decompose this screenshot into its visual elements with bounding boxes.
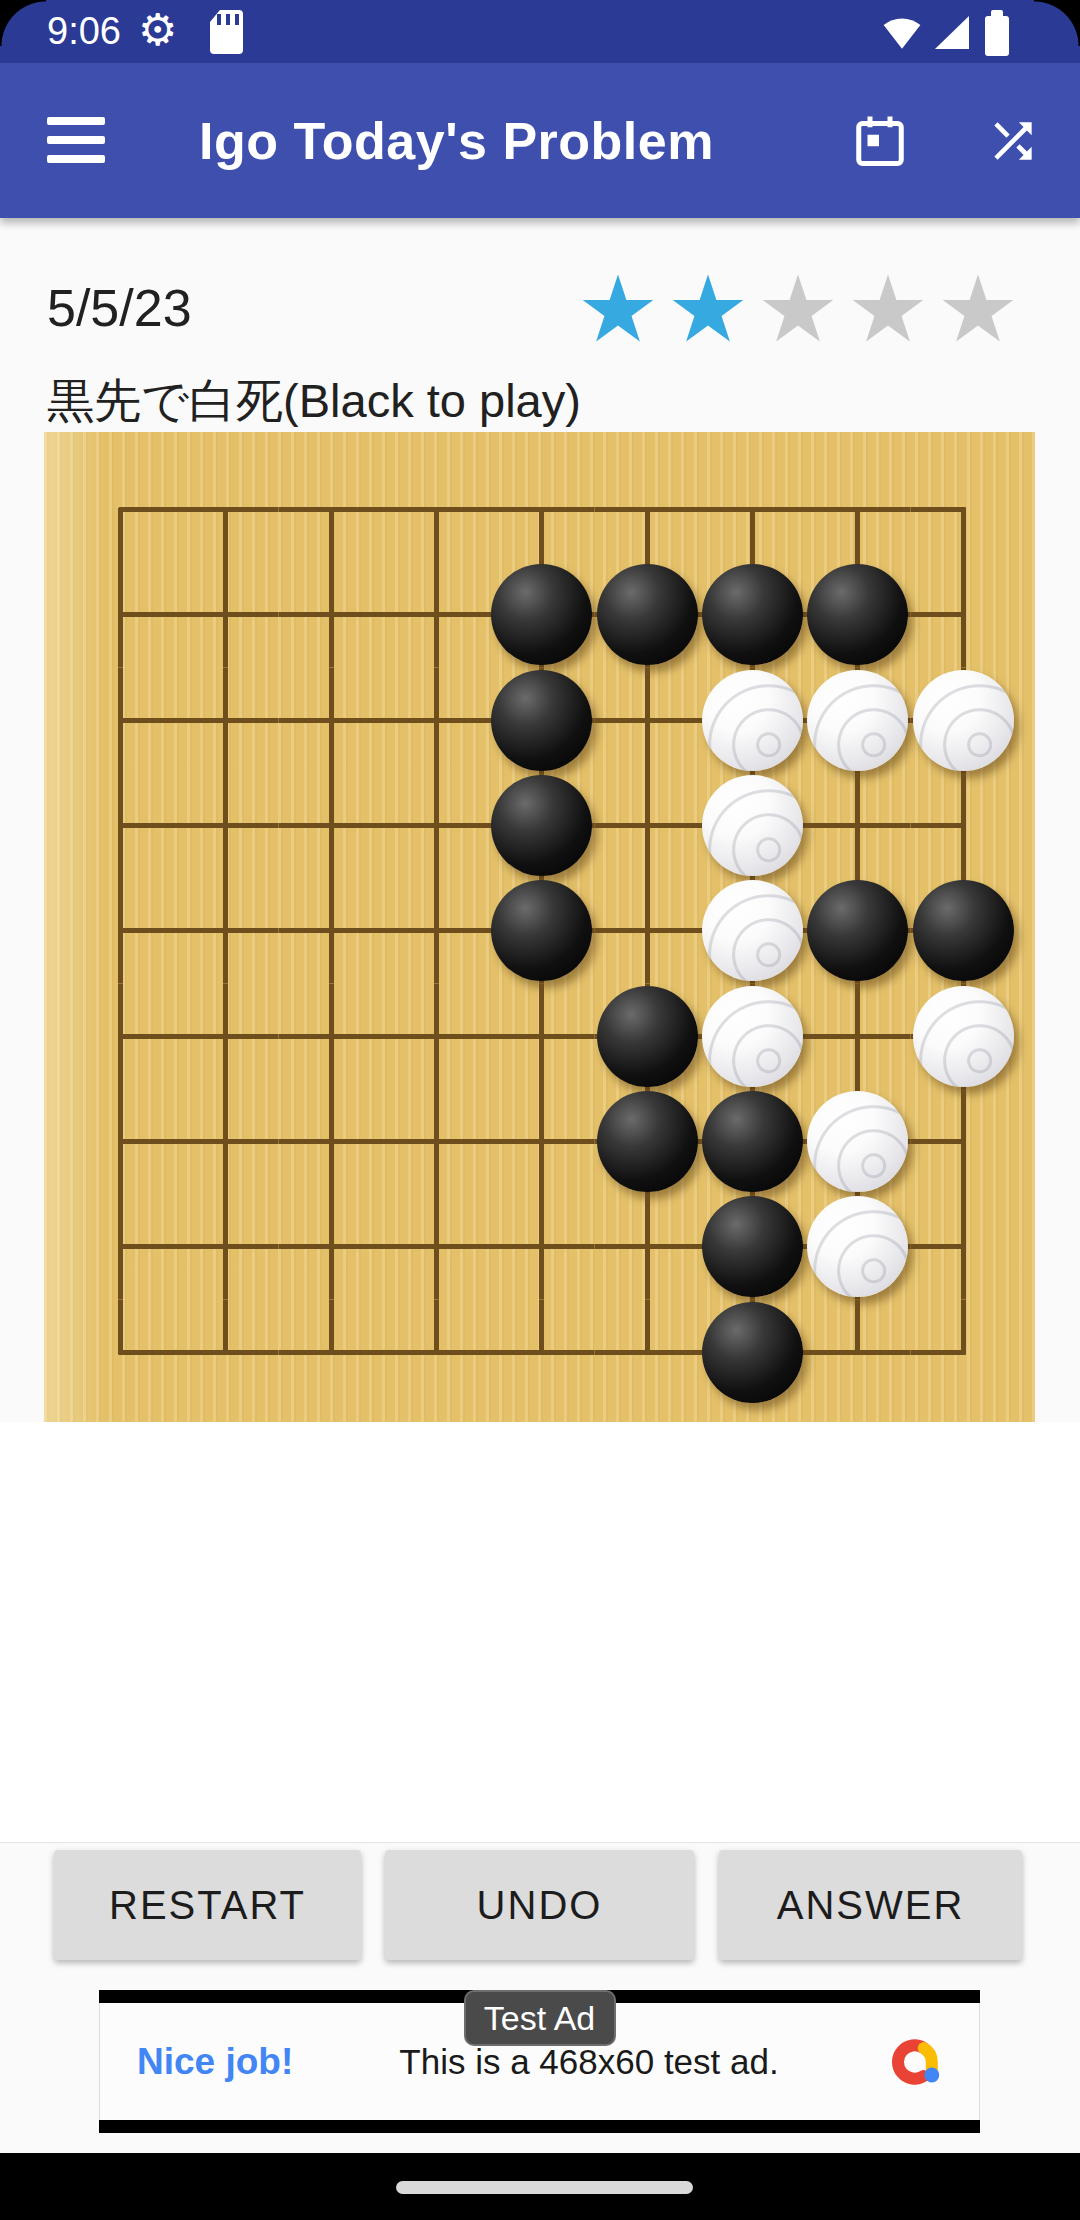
board-cell[interactable] bbox=[68, 984, 173, 1089]
board-cell[interactable] bbox=[384, 1089, 489, 1194]
board-cell[interactable] bbox=[68, 457, 173, 562]
app-bar: Igo Today's Problem bbox=[0, 63, 1080, 218]
ad-border-bottom bbox=[99, 2120, 980, 2133]
clock: 9:06 bbox=[47, 0, 121, 63]
board-cell[interactable] bbox=[911, 1194, 1016, 1299]
screen-corner bbox=[1034, 0, 1080, 46]
board-cell[interactable] bbox=[173, 773, 278, 878]
board-cell[interactable] bbox=[489, 457, 594, 562]
shuffle-icon[interactable] bbox=[982, 110, 1044, 172]
wifi-icon bbox=[881, 13, 923, 55]
menu-icon[interactable] bbox=[47, 117, 105, 163]
board-cell[interactable] bbox=[173, 1300, 278, 1405]
board-cell[interactable] bbox=[700, 457, 805, 562]
board-cell[interactable] bbox=[595, 562, 700, 667]
ad-banner[interactable]: Test Ad Nice job! This is a 468x60 test … bbox=[99, 1990, 980, 2133]
go-board bbox=[44, 432, 1035, 1422]
board-cell[interactable] bbox=[911, 773, 1016, 878]
black-stone bbox=[491, 564, 592, 665]
board-cell[interactable] bbox=[911, 562, 1016, 667]
board-cell[interactable] bbox=[489, 1194, 594, 1299]
answer-button[interactable]: ANSWER bbox=[719, 1850, 1022, 1960]
board-cell[interactable] bbox=[68, 773, 173, 878]
board-cell[interactable] bbox=[68, 562, 173, 667]
board-cell[interactable] bbox=[279, 562, 384, 667]
black-stone bbox=[702, 564, 803, 665]
white-stone bbox=[807, 1091, 908, 1192]
black-stone bbox=[807, 564, 908, 665]
board-cell[interactable] bbox=[279, 1089, 384, 1194]
board-cell[interactable] bbox=[805, 878, 910, 983]
screen-corner bbox=[0, 0, 46, 46]
board-cell[interactable] bbox=[279, 668, 384, 773]
board-cell[interactable] bbox=[279, 984, 384, 1089]
white-stone bbox=[807, 670, 908, 771]
board-cell[interactable] bbox=[805, 1194, 910, 1299]
go-grid bbox=[68, 457, 1016, 1405]
star-icon: ★ bbox=[933, 266, 1023, 350]
board-cell[interactable] bbox=[700, 562, 805, 667]
board-cell[interactable] bbox=[279, 878, 384, 983]
board-cell[interactable] bbox=[805, 1300, 910, 1405]
board-cell[interactable] bbox=[911, 878, 1016, 983]
star-icon: ★ bbox=[573, 266, 663, 350]
sim-card-icon bbox=[210, 10, 243, 54]
board-cell[interactable] bbox=[279, 457, 384, 562]
board-cell[interactable] bbox=[173, 1194, 278, 1299]
board-cell[interactable] bbox=[489, 1089, 594, 1194]
board-cell[interactable] bbox=[68, 1300, 173, 1405]
board-cell[interactable] bbox=[489, 773, 594, 878]
status-bar: 9:06 ⚙ bbox=[0, 0, 1080, 63]
board-cell[interactable] bbox=[911, 984, 1016, 1089]
battery-icon bbox=[985, 16, 1009, 56]
board-cell[interactable] bbox=[173, 984, 278, 1089]
board-cell[interactable] bbox=[68, 878, 173, 983]
board-cell[interactable] bbox=[68, 1089, 173, 1194]
board-cell[interactable] bbox=[489, 668, 594, 773]
star-icon: ★ bbox=[753, 266, 843, 350]
board-cell[interactable] bbox=[279, 1194, 384, 1299]
black-stone bbox=[597, 564, 698, 665]
board-cell[interactable] bbox=[489, 562, 594, 667]
board-cell[interactable] bbox=[595, 1089, 700, 1194]
board-cell[interactable] bbox=[700, 1300, 805, 1405]
admob-logo-icon bbox=[883, 2030, 947, 2094]
white-stone bbox=[702, 670, 803, 771]
page-title: Igo Today's Problem bbox=[199, 63, 714, 218]
white-stone bbox=[913, 670, 1014, 771]
undo-button[interactable]: UNDO bbox=[385, 1850, 694, 1960]
restart-button[interactable]: RESTART bbox=[54, 1850, 361, 1960]
board-cell[interactable] bbox=[911, 668, 1016, 773]
board-cell[interactable] bbox=[489, 1300, 594, 1405]
black-stone bbox=[491, 775, 592, 876]
board-cell[interactable] bbox=[68, 1194, 173, 1299]
board-cell[interactable] bbox=[489, 984, 594, 1089]
board-cell[interactable] bbox=[595, 668, 700, 773]
white-stone bbox=[702, 775, 803, 876]
white-stone bbox=[807, 1196, 908, 1297]
white-stone bbox=[702, 986, 803, 1087]
board-cell[interactable] bbox=[384, 1300, 489, 1405]
board-cell[interactable] bbox=[911, 1300, 1016, 1405]
black-stone bbox=[702, 1302, 803, 1403]
board-cell[interactable] bbox=[911, 1089, 1016, 1194]
board-cell[interactable] bbox=[173, 562, 278, 667]
board-cell[interactable] bbox=[595, 1300, 700, 1405]
problem-instruction: 黒先で白死(Black to play) bbox=[47, 370, 581, 433]
board-cell[interactable] bbox=[384, 878, 489, 983]
navigation-bar bbox=[0, 2153, 1080, 2220]
white-stone bbox=[702, 880, 803, 981]
gesture-handle[interactable] bbox=[396, 2181, 693, 2194]
board-cell[interactable] bbox=[595, 1194, 700, 1299]
move-area-panel bbox=[0, 1422, 1080, 1843]
board-cell[interactable] bbox=[173, 1089, 278, 1194]
board-cell[interactable] bbox=[805, 984, 910, 1089]
board-cell[interactable] bbox=[805, 668, 910, 773]
black-stone bbox=[913, 880, 1014, 981]
black-stone bbox=[597, 986, 698, 1087]
board-cell[interactable] bbox=[595, 457, 700, 562]
calendar-icon[interactable] bbox=[849, 110, 911, 172]
board-cell[interactable] bbox=[384, 773, 489, 878]
board-cell[interactable] bbox=[384, 457, 489, 562]
board-cell[interactable] bbox=[384, 984, 489, 1089]
board-cell[interactable] bbox=[805, 1089, 910, 1194]
board-cell[interactable] bbox=[384, 668, 489, 773]
board-cell[interactable] bbox=[700, 1194, 805, 1299]
board-cell[interactable] bbox=[173, 878, 278, 983]
board-cell[interactable] bbox=[279, 1300, 384, 1405]
board-cell[interactable] bbox=[595, 878, 700, 983]
board-cell[interactable] bbox=[68, 668, 173, 773]
ad-headline: Nice job! bbox=[137, 2003, 293, 2120]
board-cell[interactable] bbox=[384, 562, 489, 667]
board-cell[interactable] bbox=[595, 984, 700, 1089]
board-cell[interactable] bbox=[489, 878, 594, 983]
star-icon: ★ bbox=[843, 266, 933, 350]
difficulty-stars: ★★★★★ bbox=[573, 266, 1035, 350]
black-stone bbox=[702, 1196, 803, 1297]
board-cell[interactable] bbox=[700, 984, 805, 1089]
board-cell[interactable] bbox=[173, 457, 278, 562]
board-cell[interactable] bbox=[173, 668, 278, 773]
black-stone bbox=[702, 1091, 803, 1192]
problem-date: 5/5/23 bbox=[47, 278, 192, 338]
black-stone bbox=[491, 880, 592, 981]
test-ad-badge: Test Ad bbox=[464, 1990, 616, 2046]
board-cell[interactable] bbox=[279, 773, 384, 878]
black-stone bbox=[807, 880, 908, 981]
white-stone bbox=[913, 986, 1014, 1087]
phone-screen: 9:06 ⚙ Igo Today's Problem 5/5/23 bbox=[0, 0, 1080, 2220]
black-stone bbox=[597, 1091, 698, 1192]
cell-signal-icon bbox=[932, 14, 972, 56]
star-icon: ★ bbox=[663, 266, 753, 350]
system-gear-icon: ⚙ bbox=[138, 0, 177, 63]
board-cell[interactable] bbox=[805, 562, 910, 667]
board-cell[interactable] bbox=[700, 773, 805, 878]
sim-slots bbox=[217, 14, 239, 25]
board-cell[interactable] bbox=[700, 1089, 805, 1194]
board-cell[interactable] bbox=[700, 878, 805, 983]
board-cell[interactable] bbox=[911, 457, 1016, 562]
board-cell[interactable] bbox=[805, 457, 910, 562]
board-cell[interactable] bbox=[595, 773, 700, 878]
black-stone bbox=[491, 670, 592, 771]
board-cell[interactable] bbox=[700, 668, 805, 773]
board-cell[interactable] bbox=[384, 1194, 489, 1299]
board-cell[interactable] bbox=[805, 773, 910, 878]
